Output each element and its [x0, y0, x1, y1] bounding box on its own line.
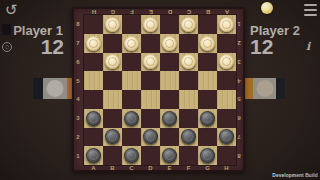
square-f1[interactable] [179, 146, 198, 165]
square-a7[interactable] [84, 34, 103, 53]
right-piece-tray [245, 78, 285, 99]
square-d2[interactable] [141, 128, 160, 147]
board-grid [83, 14, 237, 166]
square-f3[interactable] [179, 109, 198, 128]
square-e5[interactable] [160, 71, 179, 90]
white-piece-f8[interactable] [181, 17, 196, 32]
square-g3[interactable] [198, 109, 217, 128]
black-piece-h2[interactable] [219, 129, 234, 144]
black-piece-d2[interactable] [143, 129, 158, 144]
square-h1[interactable] [217, 146, 236, 165]
coord-top-d: D [167, 9, 171, 15]
coord-right-4: 4 [237, 78, 240, 84]
square-e4[interactable] [160, 90, 179, 109]
white-piece-d6[interactable] [143, 54, 158, 69]
square-b5[interactable] [103, 71, 122, 90]
square-b7[interactable] [103, 34, 122, 53]
coord-top-c: C [186, 9, 190, 15]
square-c1[interactable] [122, 146, 141, 165]
black-piece-a3[interactable] [86, 111, 101, 126]
coord-left-5: 5 [76, 78, 79, 84]
square-b6[interactable] [103, 53, 122, 72]
white-piece-h8[interactable] [219, 17, 234, 32]
square-c8[interactable] [122, 15, 141, 34]
left-tray-gray-segment [43, 78, 67, 99]
coord-top-g: G [110, 9, 115, 15]
square-h6[interactable] [217, 53, 236, 72]
coord-left-1: 1 [76, 153, 79, 159]
square-a4[interactable] [84, 90, 103, 109]
coord-bottom-c: C [129, 165, 133, 171]
square-d8[interactable] [141, 15, 160, 34]
square-a1[interactable] [84, 146, 103, 165]
square-d5[interactable] [141, 71, 160, 90]
square-f5[interactable] [179, 71, 198, 90]
coord-bottom-h: H [224, 165, 228, 171]
square-d6[interactable] [141, 53, 160, 72]
coord-left-2: 2 [76, 134, 79, 140]
left-tray-dark-segment [33, 78, 43, 99]
square-b3[interactable] [103, 109, 122, 128]
square-f4[interactable] [179, 90, 198, 109]
square-a6[interactable] [84, 53, 103, 72]
coord-top-h: H [91, 9, 95, 15]
black-piece-e3[interactable] [162, 111, 177, 126]
dev-build-watermark: Development Build [272, 173, 318, 178]
checkers-board: HAGBFCEDDECFBGAH8172635445362718 [72, 7, 245, 172]
coord-top-f: F [130, 9, 134, 15]
square-c6[interactable] [122, 53, 141, 72]
square-c4[interactable] [122, 90, 141, 109]
info-button[interactable]: i [306, 40, 310, 53]
square-b4[interactable] [103, 90, 122, 109]
hamburger-menu-button[interactable] [304, 4, 317, 16]
coord-right-3: 3 [237, 59, 240, 65]
black-piece-a1[interactable] [86, 148, 101, 163]
square-h5[interactable] [217, 71, 236, 90]
coord-left-4: 4 [76, 96, 79, 102]
square-e2[interactable] [160, 128, 179, 147]
coord-right-2: 2 [237, 40, 240, 46]
square-g1[interactable] [198, 146, 217, 165]
square-a5[interactable] [84, 71, 103, 90]
white-piece-g7[interactable] [200, 36, 215, 51]
coord-left-7: 7 [76, 40, 79, 46]
square-g2[interactable] [198, 128, 217, 147]
hint-ball-icon[interactable] [261, 2, 273, 14]
right-tray-wood-segment [245, 78, 253, 99]
white-piece-f6[interactable] [181, 54, 196, 69]
coord-right-1: 1 [237, 21, 240, 27]
square-c2[interactable] [122, 128, 141, 147]
square-a3[interactable] [84, 109, 103, 128]
square-b1[interactable] [103, 146, 122, 165]
square-f2[interactable] [179, 128, 198, 147]
coord-bottom-a: A [91, 165, 95, 171]
white-piece-c7[interactable] [124, 36, 139, 51]
square-a2[interactable] [84, 128, 103, 147]
black-piece-f2[interactable] [181, 129, 196, 144]
coord-right-7: 7 [237, 134, 240, 140]
coord-bottom-g: G [205, 165, 210, 171]
coord-top-e: E [148, 9, 152, 15]
coord-left-6: 6 [76, 59, 79, 65]
coord-bottom-b: B [110, 165, 114, 171]
left-piece-tray [33, 78, 73, 99]
square-d4[interactable] [141, 90, 160, 109]
square-e8[interactable] [160, 15, 179, 34]
white-piece-b8[interactable] [105, 17, 120, 32]
square-f7[interactable] [179, 34, 198, 53]
left-tray-piece[interactable] [47, 80, 64, 97]
white-piece-e7[interactable] [162, 36, 177, 51]
square-e1[interactable] [160, 146, 179, 165]
square-e6[interactable] [160, 53, 179, 72]
right-tray-gray-segment [253, 78, 276, 99]
right-tray-piece[interactable] [256, 80, 273, 97]
white-piece-d8[interactable] [143, 17, 158, 32]
white-piece-a7[interactable] [86, 36, 101, 51]
right-tray-dark-segment [276, 78, 285, 99]
square-h3[interactable] [217, 109, 236, 128]
coord-left-3: 3 [76, 115, 79, 121]
black-piece-g3[interactable] [200, 111, 215, 126]
square-b8[interactable] [103, 15, 122, 34]
player1-avatar-badge-icon[interactable] [2, 42, 12, 52]
square-g4[interactable] [198, 90, 217, 109]
square-f6[interactable] [179, 53, 198, 72]
square-b2[interactable] [103, 128, 122, 147]
square-g7[interactable] [198, 34, 217, 53]
black-piece-b2[interactable] [105, 129, 120, 144]
square-h4[interactable] [217, 90, 236, 109]
coord-bottom-d: D [148, 165, 152, 171]
white-piece-b6[interactable] [105, 54, 120, 69]
game-screen: ↺ Player 1 12 Player 2 12 i HAGBFCEDDECF… [0, 0, 320, 180]
black-piece-e1[interactable] [162, 148, 177, 163]
square-h2[interactable] [217, 128, 236, 147]
white-piece-h6[interactable] [219, 54, 234, 69]
coord-top-b: B [205, 9, 209, 15]
square-g5[interactable] [198, 71, 217, 90]
coord-right-5: 5 [237, 96, 240, 102]
square-a8[interactable] [84, 15, 103, 34]
square-g6[interactable] [198, 53, 217, 72]
square-e3[interactable] [160, 109, 179, 128]
coord-right-6: 6 [237, 115, 240, 121]
coord-left-8: 8 [76, 21, 79, 27]
square-d7[interactable] [141, 34, 160, 53]
square-f8[interactable] [179, 15, 198, 34]
square-h8[interactable] [217, 15, 236, 34]
coord-top-a: A [224, 9, 228, 15]
square-c5[interactable] [122, 71, 141, 90]
square-e7[interactable] [160, 34, 179, 53]
square-c7[interactable] [122, 34, 141, 53]
restart-rotate-button[interactable]: ↺ [3, 0, 20, 19]
black-piece-c3[interactable] [124, 111, 139, 126]
coord-bottom-e: E [167, 165, 171, 171]
coord-bottom-f: F [187, 165, 191, 171]
black-piece-c1[interactable] [124, 148, 139, 163]
black-piece-g1[interactable] [200, 148, 215, 163]
square-h7[interactable] [217, 34, 236, 53]
square-c3[interactable] [122, 109, 141, 128]
square-g8[interactable] [198, 15, 217, 34]
coord-right-8: 8 [237, 153, 240, 159]
square-d1[interactable] [141, 146, 160, 165]
square-d3[interactable] [141, 109, 160, 128]
